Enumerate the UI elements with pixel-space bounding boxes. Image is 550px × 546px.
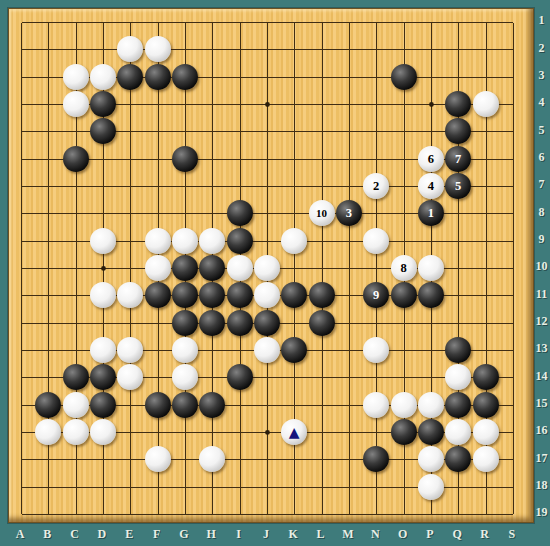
board-intersection[interactable] — [472, 418, 499, 445]
board-intersection[interactable] — [390, 364, 417, 391]
board-intersection[interactable] — [472, 118, 499, 145]
board-intersection[interactable] — [253, 8, 280, 35]
board-intersection[interactable] — [226, 473, 253, 500]
board-intersection[interactable] — [226, 63, 253, 90]
board-intersection[interactable] — [7, 145, 34, 172]
board-intersection[interactable] — [62, 446, 89, 473]
board-intersection[interactable] — [363, 63, 390, 90]
board-intersection[interactable] — [199, 282, 226, 309]
board-intersection[interactable] — [445, 446, 472, 473]
board-intersection[interactable] — [363, 309, 390, 336]
board-intersection[interactable] — [499, 172, 526, 199]
board-intersection[interactable] — [7, 446, 34, 473]
board-intersection[interactable] — [117, 500, 144, 527]
board-intersection[interactable] — [89, 446, 116, 473]
board-intersection[interactable] — [144, 364, 171, 391]
board-intersection[interactable] — [7, 282, 34, 309]
board-intersection[interactable] — [472, 90, 499, 117]
board-intersection[interactable] — [335, 90, 362, 117]
board-intersection[interactable] — [281, 145, 308, 172]
board-intersection[interactable] — [253, 309, 280, 336]
board-intersection[interactable] — [390, 8, 417, 35]
board-intersection[interactable] — [144, 418, 171, 445]
board-intersection[interactable] — [281, 364, 308, 391]
board-intersection[interactable] — [417, 63, 444, 90]
board-intersection[interactable] — [363, 418, 390, 445]
board-intersection[interactable] — [308, 336, 335, 363]
board-intersection[interactable] — [499, 200, 526, 227]
board-intersection[interactable] — [199, 63, 226, 90]
board-intersection[interactable]: 3 — [335, 200, 362, 227]
board-intersection[interactable] — [390, 172, 417, 199]
board-intersection[interactable] — [144, 446, 171, 473]
board-intersection[interactable] — [445, 200, 472, 227]
board-intersection[interactable] — [35, 446, 62, 473]
board-intersection[interactable] — [199, 36, 226, 63]
board-intersection[interactable] — [253, 364, 280, 391]
board-intersection[interactable] — [117, 473, 144, 500]
board-intersection[interactable]: 5 — [445, 172, 472, 199]
board-intersection[interactable] — [308, 446, 335, 473]
board-intersection[interactable] — [253, 145, 280, 172]
board-intersection[interactable] — [499, 36, 526, 63]
board-intersection[interactable] — [390, 145, 417, 172]
board-intersection[interactable] — [281, 500, 308, 527]
board-intersection[interactable] — [199, 336, 226, 363]
board-intersection[interactable] — [281, 172, 308, 199]
board-intersection[interactable] — [62, 118, 89, 145]
board-intersection[interactable] — [281, 63, 308, 90]
board-intersection[interactable] — [117, 364, 144, 391]
board-intersection[interactable] — [417, 391, 444, 418]
board-intersection[interactable] — [390, 282, 417, 309]
board-intersection[interactable] — [7, 172, 34, 199]
board-intersection[interactable] — [417, 254, 444, 281]
board-intersection[interactable]: 4 — [417, 172, 444, 199]
board-intersection[interactable] — [89, 145, 116, 172]
board-intersection[interactable] — [89, 309, 116, 336]
board-intersection[interactable] — [199, 473, 226, 500]
board-intersection[interactable] — [89, 36, 116, 63]
board-intersection[interactable] — [62, 145, 89, 172]
board-intersection[interactable] — [281, 446, 308, 473]
board-intersection[interactable] — [199, 364, 226, 391]
board-intersection[interactable] — [35, 200, 62, 227]
board-intersection[interactable] — [144, 227, 171, 254]
board-intersection[interactable] — [7, 118, 34, 145]
board-intersection[interactable] — [472, 63, 499, 90]
board-intersection[interactable] — [117, 418, 144, 445]
board-intersection[interactable] — [117, 90, 144, 117]
board-intersection[interactable] — [35, 364, 62, 391]
board-intersection[interactable]: 1 — [417, 200, 444, 227]
board-intersection[interactable] — [35, 500, 62, 527]
board-intersection[interactable] — [7, 227, 34, 254]
board-intersection[interactable] — [499, 500, 526, 527]
board-intersection[interactable] — [417, 227, 444, 254]
board-intersection[interactable] — [62, 336, 89, 363]
board-intersection[interactable] — [335, 364, 362, 391]
board-intersection[interactable] — [281, 227, 308, 254]
board-intersection[interactable] — [499, 473, 526, 500]
board-intersection[interactable] — [472, 145, 499, 172]
board-intersection[interactable] — [417, 418, 444, 445]
board-intersection[interactable] — [417, 309, 444, 336]
board-intersection[interactable] — [144, 309, 171, 336]
board-intersection[interactable] — [199, 200, 226, 227]
board-intersection[interactable] — [171, 473, 198, 500]
board-intersection[interactable] — [226, 145, 253, 172]
board-intersection[interactable] — [363, 145, 390, 172]
board-intersection[interactable] — [472, 336, 499, 363]
board-intersection[interactable] — [62, 8, 89, 35]
board-intersection[interactable] — [308, 418, 335, 445]
board-intersection[interactable] — [281, 118, 308, 145]
board-intersection[interactable] — [144, 391, 171, 418]
board-intersection[interactable] — [308, 227, 335, 254]
board-intersection[interactable] — [62, 418, 89, 445]
board-intersection[interactable] — [499, 418, 526, 445]
board-intersection[interactable] — [7, 36, 34, 63]
board-intersection[interactable] — [472, 500, 499, 527]
board-intersection[interactable] — [335, 309, 362, 336]
board-intersection[interactable] — [253, 336, 280, 363]
board-intersection[interactable] — [199, 254, 226, 281]
board-intersection[interactable] — [445, 336, 472, 363]
board-intersection[interactable] — [35, 391, 62, 418]
board-intersection[interactable] — [117, 200, 144, 227]
board-intersection[interactable] — [390, 309, 417, 336]
board-intersection[interactable] — [7, 63, 34, 90]
board-intersection[interactable]: 2 — [363, 172, 390, 199]
board-intersection[interactable] — [472, 254, 499, 281]
board-intersection[interactable] — [335, 227, 362, 254]
board-intersection[interactable] — [472, 8, 499, 35]
board-intersection[interactable] — [35, 309, 62, 336]
board-intersection[interactable] — [499, 446, 526, 473]
board-intersection[interactable] — [171, 446, 198, 473]
board-intersection[interactable] — [472, 473, 499, 500]
board-intersection[interactable] — [445, 500, 472, 527]
board-intersection[interactable] — [171, 200, 198, 227]
board-intersection[interactable] — [472, 364, 499, 391]
board-intersection[interactable] — [253, 473, 280, 500]
board-intersection[interactable] — [171, 8, 198, 35]
board-intersection[interactable] — [281, 391, 308, 418]
board-intersection[interactable] — [281, 90, 308, 117]
board-intersection[interactable] — [89, 63, 116, 90]
board-intersection[interactable] — [117, 446, 144, 473]
board-intersection[interactable] — [390, 336, 417, 363]
board-intersection[interactable] — [390, 63, 417, 90]
board-intersection[interactable] — [499, 90, 526, 117]
board-intersection[interactable] — [335, 145, 362, 172]
board-intersection[interactable] — [308, 309, 335, 336]
board-intersection[interactable] — [445, 391, 472, 418]
board-intersection[interactable] — [472, 227, 499, 254]
board-intersection[interactable] — [281, 254, 308, 281]
board-intersection[interactable] — [281, 8, 308, 35]
board-intersection[interactable] — [144, 118, 171, 145]
board-intersection[interactable] — [363, 364, 390, 391]
board-intersection[interactable] — [117, 227, 144, 254]
board-intersection[interactable] — [89, 227, 116, 254]
board-intersection[interactable] — [62, 254, 89, 281]
board-intersection[interactable] — [445, 473, 472, 500]
board-intersection[interactable] — [390, 418, 417, 445]
board-intersection[interactable] — [445, 254, 472, 281]
board-intersection[interactable] — [281, 36, 308, 63]
board-intersection[interactable] — [226, 364, 253, 391]
board-intersection[interactable] — [144, 36, 171, 63]
board-intersection[interactable] — [390, 200, 417, 227]
board-intersection[interactable] — [89, 254, 116, 281]
board-intersection[interactable] — [253, 500, 280, 527]
board-intersection[interactable] — [35, 473, 62, 500]
board-intersection[interactable] — [472, 309, 499, 336]
board-intersection[interactable] — [226, 118, 253, 145]
board-intersection[interactable] — [281, 336, 308, 363]
board-intersection[interactable] — [199, 227, 226, 254]
board-intersection[interactable] — [445, 309, 472, 336]
board-intersection[interactable] — [199, 145, 226, 172]
board-intersection[interactable] — [144, 8, 171, 35]
board-intersection[interactable] — [7, 391, 34, 418]
board-intersection[interactable] — [253, 227, 280, 254]
board-intersection[interactable] — [253, 391, 280, 418]
board-intersection[interactable] — [417, 473, 444, 500]
board-intersection[interactable] — [390, 36, 417, 63]
board-intersection[interactable] — [472, 282, 499, 309]
board-intersection[interactable] — [7, 473, 34, 500]
board-intersection[interactable] — [35, 63, 62, 90]
board-intersection[interactable] — [62, 473, 89, 500]
board-intersection[interactable] — [171, 254, 198, 281]
board-intersection[interactable] — [226, 254, 253, 281]
board-intersection[interactable] — [445, 364, 472, 391]
board-intersection[interactable] — [7, 364, 34, 391]
board-intersection[interactable] — [117, 282, 144, 309]
board-intersection[interactable] — [335, 391, 362, 418]
board-intersection[interactable] — [417, 36, 444, 63]
board-intersection[interactable]: ▲ — [281, 418, 308, 445]
board-intersection[interactable] — [171, 500, 198, 527]
board-intersection[interactable] — [199, 446, 226, 473]
board-intersection[interactable] — [253, 200, 280, 227]
board-intersection[interactable] — [7, 309, 34, 336]
board-intersection[interactable] — [171, 172, 198, 199]
board-intersection[interactable] — [89, 172, 116, 199]
board-intersection[interactable] — [253, 172, 280, 199]
board-intersection[interactable] — [335, 172, 362, 199]
board-intersection[interactable] — [7, 336, 34, 363]
board-intersection[interactable] — [445, 227, 472, 254]
board-intersection[interactable] — [335, 36, 362, 63]
board-intersection[interactable] — [62, 63, 89, 90]
board-intersection[interactable] — [363, 336, 390, 363]
board-intersection[interactable] — [472, 446, 499, 473]
board-intersection[interactable] — [62, 282, 89, 309]
board-intersection[interactable] — [417, 282, 444, 309]
board-intersection[interactable] — [417, 118, 444, 145]
board-intersection[interactable] — [445, 118, 472, 145]
board-intersection[interactable] — [253, 254, 280, 281]
board-intersection[interactable] — [226, 36, 253, 63]
board-intersection[interactable] — [62, 391, 89, 418]
board-intersection[interactable] — [226, 391, 253, 418]
board-intersection[interactable] — [335, 118, 362, 145]
board-intersection[interactable] — [171, 90, 198, 117]
board-intersection[interactable] — [171, 36, 198, 63]
board-intersection[interactable] — [117, 254, 144, 281]
board-intersection[interactable] — [144, 336, 171, 363]
board-intersection[interactable] — [390, 473, 417, 500]
board-intersection[interactable] — [7, 500, 34, 527]
board-intersection[interactable] — [445, 36, 472, 63]
board-intersection[interactable] — [144, 63, 171, 90]
board-intersection[interactable] — [308, 63, 335, 90]
board-intersection[interactable] — [417, 336, 444, 363]
board-intersection[interactable] — [199, 418, 226, 445]
board-intersection[interactable] — [417, 500, 444, 527]
board-intersection[interactable] — [171, 309, 198, 336]
board-intersection[interactable] — [35, 336, 62, 363]
board-intersection[interactable] — [117, 118, 144, 145]
board-intersection[interactable] — [253, 90, 280, 117]
board-intersection[interactable] — [117, 8, 144, 35]
board-intersection[interactable] — [499, 309, 526, 336]
board-intersection[interactable] — [308, 282, 335, 309]
board-intersection[interactable] — [144, 473, 171, 500]
board-intersection[interactable] — [335, 500, 362, 527]
board-intersection[interactable] — [253, 282, 280, 309]
board-intersection[interactable] — [199, 8, 226, 35]
board-intersection[interactable] — [363, 254, 390, 281]
board-intersection[interactable] — [417, 90, 444, 117]
board-intersection[interactable] — [171, 282, 198, 309]
board-intersection[interactable] — [35, 172, 62, 199]
board-intersection[interactable] — [89, 500, 116, 527]
board-intersection[interactable] — [390, 500, 417, 527]
board-intersection[interactable] — [363, 200, 390, 227]
board-intersection[interactable] — [335, 254, 362, 281]
board-intersection[interactable]: 10 — [308, 200, 335, 227]
board-intersection[interactable]: 9 — [363, 282, 390, 309]
board-intersection[interactable] — [226, 446, 253, 473]
board-intersection[interactable] — [335, 446, 362, 473]
board-intersection[interactable] — [417, 8, 444, 35]
board-intersection[interactable] — [281, 309, 308, 336]
board-intersection[interactable] — [144, 172, 171, 199]
board-intersection[interactable] — [89, 473, 116, 500]
board-intersection[interactable] — [499, 364, 526, 391]
board-intersection[interactable] — [62, 227, 89, 254]
board-intersection[interactable] — [35, 36, 62, 63]
board-intersection[interactable] — [308, 500, 335, 527]
board-intersection[interactable]: 7 — [445, 145, 472, 172]
board-intersection[interactable] — [499, 336, 526, 363]
board-intersection[interactable] — [335, 282, 362, 309]
board-intersection[interactable] — [281, 200, 308, 227]
board-intersection[interactable] — [35, 227, 62, 254]
board-intersection[interactable] — [499, 391, 526, 418]
board-intersection[interactable] — [335, 63, 362, 90]
board-intersection[interactable] — [89, 8, 116, 35]
board-intersection[interactable] — [363, 90, 390, 117]
board-intersection[interactable] — [62, 36, 89, 63]
board-intersection[interactable] — [199, 500, 226, 527]
board-intersection[interactable] — [308, 36, 335, 63]
board-intersection[interactable] — [308, 172, 335, 199]
board-intersection[interactable] — [35, 282, 62, 309]
board-intersection[interactable] — [390, 90, 417, 117]
board-intersection[interactable] — [390, 118, 417, 145]
board-intersection[interactable] — [117, 63, 144, 90]
board-intersection[interactable] — [35, 418, 62, 445]
board-intersection[interactable] — [472, 36, 499, 63]
board-intersection[interactable] — [499, 227, 526, 254]
board-intersection[interactable] — [308, 118, 335, 145]
board-intersection[interactable] — [62, 172, 89, 199]
board-intersection[interactable] — [7, 8, 34, 35]
board-intersection[interactable] — [472, 200, 499, 227]
board-intersection[interactable] — [445, 282, 472, 309]
board-intersection[interactable] — [499, 145, 526, 172]
board-intersection[interactable] — [363, 500, 390, 527]
board-intersection[interactable] — [171, 418, 198, 445]
board-intersection[interactable] — [117, 309, 144, 336]
board-intersection[interactable] — [226, 282, 253, 309]
board-intersection[interactable] — [445, 418, 472, 445]
board-intersection[interactable] — [144, 282, 171, 309]
board-intersection[interactable] — [171, 118, 198, 145]
board-intersection[interactable] — [89, 336, 116, 363]
board-intersection[interactable] — [7, 200, 34, 227]
board-intersection[interactable] — [253, 446, 280, 473]
board-intersection[interactable] — [89, 118, 116, 145]
board-intersection[interactable] — [363, 473, 390, 500]
board-intersection[interactable] — [89, 364, 116, 391]
board-intersection[interactable] — [117, 36, 144, 63]
board-intersection[interactable] — [472, 172, 499, 199]
board-intersection[interactable] — [308, 145, 335, 172]
board-intersection[interactable] — [89, 90, 116, 117]
board-intersection[interactable] — [226, 500, 253, 527]
board-intersection[interactable] — [199, 391, 226, 418]
board-intersection[interactable] — [253, 63, 280, 90]
board-intersection[interactable] — [308, 254, 335, 281]
board-intersection[interactable] — [62, 309, 89, 336]
board-intersection[interactable] — [363, 36, 390, 63]
board-intersection[interactable] — [7, 90, 34, 117]
board-intersection[interactable] — [308, 391, 335, 418]
board-intersection[interactable] — [117, 172, 144, 199]
board-intersection[interactable] — [199, 118, 226, 145]
board-intersection[interactable] — [445, 8, 472, 35]
board-intersection[interactable] — [226, 418, 253, 445]
board-intersection[interactable] — [253, 118, 280, 145]
board-intersection[interactable] — [499, 8, 526, 35]
board-intersection[interactable] — [171, 227, 198, 254]
board-intersection[interactable] — [171, 63, 198, 90]
board-intersection[interactable] — [35, 90, 62, 117]
board-intersection[interactable] — [335, 418, 362, 445]
board-intersection[interactable] — [117, 336, 144, 363]
board-intersection[interactable] — [363, 118, 390, 145]
board-intersection[interactable] — [89, 391, 116, 418]
board-intersection[interactable] — [226, 200, 253, 227]
board-intersection[interactable] — [445, 63, 472, 90]
